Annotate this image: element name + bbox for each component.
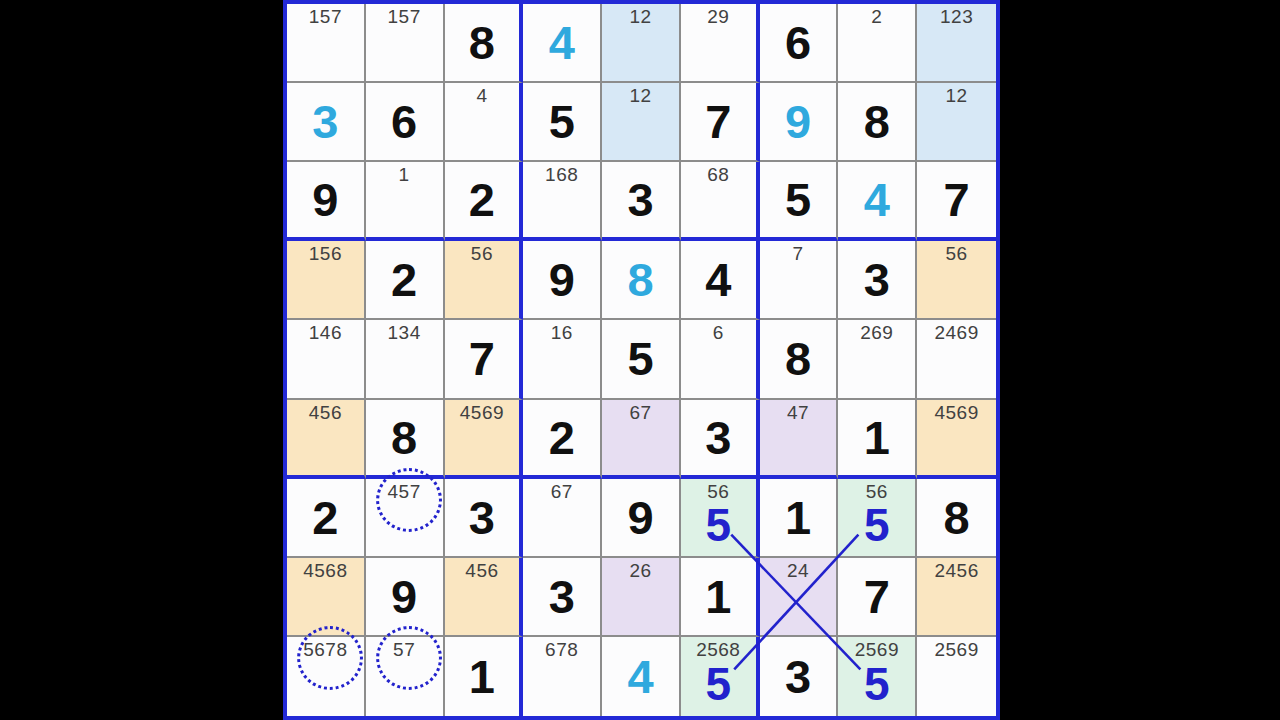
cell-r9c2[interactable]: 57 (366, 637, 445, 716)
cell-r3c4[interactable]: 168 (523, 162, 602, 241)
cell-r2c1[interactable]: 3 (287, 83, 366, 162)
candidates: 123 (917, 6, 996, 27)
solved-digit: 3 (602, 162, 679, 237)
candidates: 2456 (917, 560, 996, 581)
cell-r5c5[interactable]: 5 (602, 320, 681, 399)
solved-digit: 5 (760, 162, 837, 237)
candidates: 157 (287, 6, 364, 27)
cell-r6c4[interactable]: 2 (523, 400, 602, 479)
cell-r1c6[interactable]: 29 (681, 4, 760, 83)
candidates: 7 (760, 243, 837, 264)
candidates: 56 (445, 243, 520, 264)
cell-r9c4[interactable]: 678 (523, 637, 602, 716)
cell-r1c9[interactable]: 123 (917, 4, 996, 83)
cell-r2c6[interactable]: 7 (681, 83, 760, 162)
candidates: 26 (602, 560, 679, 581)
candidates: 67 (523, 481, 600, 502)
solved-digit: 8 (366, 400, 443, 475)
cell-r3c9[interactable]: 7 (917, 162, 996, 241)
cell-r8c8[interactable]: 7 (838, 558, 917, 637)
cell-r8c4[interactable]: 3 (523, 558, 602, 637)
candidates: 29 (681, 6, 756, 27)
cell-r6c9[interactable]: 4569 (917, 400, 996, 479)
video-frame: 1571578412296212336451279812912168368547… (0, 0, 1280, 720)
solved-digit: 1 (760, 479, 837, 556)
cell-r4c1[interactable]: 156 (287, 241, 366, 320)
solved-digit: 7 (917, 162, 996, 237)
cell-r6c7[interactable]: 47 (760, 400, 839, 479)
solved-digit: 4 (838, 162, 915, 237)
cell-r6c2[interactable]: 8 (366, 400, 445, 479)
sudoku-grid: 1571578412296212336451279812912168368547… (287, 4, 996, 716)
xwing-candidate-digit: 5 (838, 479, 915, 556)
candidates: 678 (523, 639, 600, 660)
cell-r2c8[interactable]: 8 (838, 83, 917, 162)
solved-digit: 6 (760, 4, 837, 81)
cell-r6c6[interactable]: 3 (681, 400, 760, 479)
cell-r4c5[interactable]: 8 (602, 241, 681, 320)
candidates: 16 (523, 322, 600, 343)
cell-r7c7[interactable]: 1 (760, 479, 839, 558)
candidates: 168 (523, 164, 600, 185)
solved-digit: 2 (366, 241, 443, 318)
solved-digit: 3 (760, 637, 837, 716)
candidates: 156 (287, 243, 364, 264)
solved-digit: 9 (523, 241, 600, 318)
sudoku-board: 1571578412296212336451279812912168368547… (283, 0, 1000, 720)
cell-r3c3[interactable]: 2 (445, 162, 524, 241)
cell-r7c2[interactable]: 457 (366, 479, 445, 558)
cell-r7c8[interactable]: 565 (838, 479, 917, 558)
cell-r5c6[interactable]: 6 (681, 320, 760, 399)
solved-digit: 5 (602, 320, 679, 397)
cell-r2c4[interactable]: 5 (523, 83, 602, 162)
solved-digit: 5 (523, 83, 600, 160)
solved-digit: 4 (681, 241, 756, 318)
cell-r4c6[interactable]: 4 (681, 241, 760, 320)
cell-r1c3[interactable]: 8 (445, 4, 524, 83)
cell-r3c7[interactable]: 5 (760, 162, 839, 241)
candidates: 269 (838, 322, 915, 343)
solved-digit: 7 (445, 320, 520, 397)
solved-digit: 7 (838, 558, 915, 635)
solved-digit: 2 (523, 400, 600, 475)
candidates: 4569 (917, 402, 996, 423)
cell-r2c5[interactable]: 12 (602, 83, 681, 162)
candidates: 2 (838, 6, 915, 27)
candidates: 67 (602, 402, 679, 423)
cell-r9c9[interactable]: 2569 (917, 637, 996, 716)
cell-r1c4[interactable]: 4 (523, 4, 602, 83)
cell-r7c9[interactable]: 8 (917, 479, 996, 558)
cell-r4c7[interactable]: 7 (760, 241, 839, 320)
candidates: 157 (366, 6, 443, 27)
cell-r4c2[interactable]: 2 (366, 241, 445, 320)
solved-digit: 3 (681, 400, 756, 475)
candidates: 6 (681, 322, 756, 343)
cell-r4c9[interactable]: 56 (917, 241, 996, 320)
cell-r5c3[interactable]: 7 (445, 320, 524, 399)
candidates: 5678 (287, 639, 364, 660)
candidates: 4568 (287, 560, 364, 581)
cell-r5c4[interactable]: 16 (523, 320, 602, 399)
cell-r7c6[interactable]: 565 (681, 479, 760, 558)
cell-r3c2[interactable]: 1 (366, 162, 445, 241)
solved-digit: 4 (523, 4, 600, 81)
cell-r9c1[interactable]: 5678 (287, 637, 366, 716)
cell-r6c8[interactable]: 1 (838, 400, 917, 479)
solved-digit: 3 (445, 479, 520, 556)
cell-r9c3[interactable]: 1 (445, 637, 524, 716)
cell-r2c2[interactable]: 6 (366, 83, 445, 162)
cell-r2c7[interactable]: 9 (760, 83, 839, 162)
candidates: 56 (917, 243, 996, 264)
solved-digit: 1 (838, 400, 915, 475)
cell-r9c5[interactable]: 4 (602, 637, 681, 716)
solved-digit: 3 (523, 558, 600, 635)
cell-r3c1[interactable]: 9 (287, 162, 366, 241)
xwing-candidate-digit: 5 (681, 637, 756, 716)
solved-digit: 3 (838, 241, 915, 318)
cell-r6c1[interactable]: 456 (287, 400, 366, 479)
cell-r9c8[interactable]: 25695 (838, 637, 917, 716)
cell-r1c7[interactable]: 6 (760, 4, 839, 83)
cell-r2c3[interactable]: 4 (445, 83, 524, 162)
solved-digit: 8 (760, 320, 837, 397)
solved-digit: 8 (445, 4, 520, 81)
cell-r8c3[interactable]: 456 (445, 558, 524, 637)
cell-r5c1[interactable]: 146 (287, 320, 366, 399)
solved-digit: 9 (366, 558, 443, 635)
solved-digit: 4 (602, 637, 679, 716)
cell-r4c4[interactable]: 9 (523, 241, 602, 320)
solved-digit: 7 (681, 83, 756, 160)
cell-r1c8[interactable]: 2 (838, 4, 917, 83)
cell-r1c5[interactable]: 12 (602, 4, 681, 83)
cell-r9c6[interactable]: 25685 (681, 637, 760, 716)
cell-r7c5[interactable]: 9 (602, 479, 681, 558)
cell-r8c6[interactable]: 1 (681, 558, 760, 637)
cell-r6c5[interactable]: 67 (602, 400, 681, 479)
candidates: 2469 (917, 322, 996, 343)
cell-r5c8[interactable]: 269 (838, 320, 917, 399)
cell-r1c2[interactable]: 157 (366, 4, 445, 83)
solved-digit: 9 (602, 479, 679, 556)
solved-digit: 1 (681, 558, 756, 635)
candidates: 457 (366, 481, 443, 502)
cell-r5c9[interactable]: 2469 (917, 320, 996, 399)
xwing-candidate-digit: 5 (838, 637, 915, 716)
candidates: 12 (602, 6, 679, 27)
cell-r5c2[interactable]: 134 (366, 320, 445, 399)
candidates: 47 (760, 402, 837, 423)
candidates: 146 (287, 322, 364, 343)
cell-r7c3[interactable]: 3 (445, 479, 524, 558)
candidates: 134 (366, 322, 443, 343)
solved-digit: 9 (287, 162, 364, 237)
cell-r7c1[interactable]: 2 (287, 479, 366, 558)
cell-r8c5[interactable]: 26 (602, 558, 681, 637)
solved-digit: 8 (917, 479, 996, 556)
candidates: 68 (681, 164, 756, 185)
solved-digit: 9 (760, 83, 837, 160)
cell-r8c7[interactable]: 24 (760, 558, 839, 637)
cell-r3c5[interactable]: 3 (602, 162, 681, 241)
xwing-candidate-digit: 5 (681, 479, 756, 556)
candidates: 12 (917, 85, 996, 106)
solved-digit: 2 (287, 479, 364, 556)
candidates: 24 (760, 560, 837, 581)
candidates: 57 (366, 639, 443, 660)
cell-r8c1[interactable]: 4568 (287, 558, 366, 637)
solved-digit: 3 (287, 83, 364, 160)
candidates: 456 (287, 402, 364, 423)
solved-digit: 1 (445, 637, 520, 716)
cell-r4c8[interactable]: 3 (838, 241, 917, 320)
solved-digit: 6 (366, 83, 443, 160)
cell-r8c9[interactable]: 2456 (917, 558, 996, 637)
cell-r2c9[interactable]: 12 (917, 83, 996, 162)
cell-r4c3[interactable]: 56 (445, 241, 524, 320)
cell-r9c7[interactable]: 3 (760, 637, 839, 716)
cell-r5c7[interactable]: 8 (760, 320, 839, 399)
cell-r7c4[interactable]: 67 (523, 479, 602, 558)
solved-digit: 8 (602, 241, 679, 318)
candidates: 456 (445, 560, 520, 581)
cell-r3c8[interactable]: 4 (838, 162, 917, 241)
cell-r3c6[interactable]: 68 (681, 162, 760, 241)
candidates: 4 (445, 85, 520, 106)
cell-r6c3[interactable]: 4569 (445, 400, 524, 479)
solved-digit: 2 (445, 162, 520, 237)
cell-r1c1[interactable]: 157 (287, 4, 366, 83)
candidates: 1 (366, 164, 443, 185)
solved-digit: 8 (838, 83, 915, 160)
cell-r8c2[interactable]: 9 (366, 558, 445, 637)
candidates: 12 (602, 85, 679, 106)
candidates: 2569 (917, 639, 996, 660)
candidates: 4569 (445, 402, 520, 423)
